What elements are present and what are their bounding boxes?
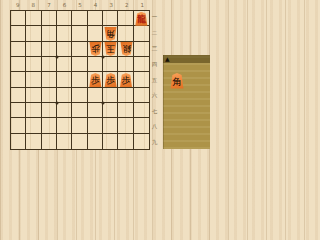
- board-square[interactable]: [134, 57, 149, 72]
- board-square[interactable]: [134, 118, 149, 133]
- board-square[interactable]: [57, 88, 72, 103]
- board-square[interactable]: [11, 103, 26, 118]
- file-label: 8: [26, 1, 42, 9]
- board-square[interactable]: [103, 134, 118, 149]
- komadai: ▲ 角: [163, 55, 210, 149]
- board-square[interactable]: [134, 42, 149, 57]
- hoshi-dot: [102, 56, 105, 59]
- shogi-board[interactable]: 龍角歩玉銀歩歩歩: [10, 10, 150, 150]
- board-square[interactable]: [42, 103, 57, 118]
- board-square[interactable]: [57, 118, 72, 133]
- board-square[interactable]: [118, 103, 133, 118]
- board-square[interactable]: [26, 42, 41, 57]
- board-square[interactable]: [88, 88, 103, 103]
- file-label: 2: [119, 1, 135, 9]
- file-label: 9: [10, 1, 26, 9]
- board-square[interactable]: [103, 103, 118, 118]
- rank-label: 一: [150, 10, 159, 26]
- board-square[interactable]: [57, 42, 72, 57]
- hoshi-dot: [102, 102, 105, 105]
- board-square[interactable]: [134, 72, 149, 87]
- board-square[interactable]: [57, 57, 72, 72]
- board-square[interactable]: [88, 134, 103, 149]
- hoshi-dot: [56, 56, 59, 59]
- board-square[interactable]: [118, 88, 133, 103]
- board-square[interactable]: [134, 88, 149, 103]
- board-square[interactable]: [11, 11, 26, 26]
- board-square[interactable]: [42, 72, 57, 87]
- board-square[interactable]: [103, 118, 118, 133]
- page-background: { "game": "shogi", "board": { "file_labe…: [0, 0, 210, 155]
- board-square[interactable]: [72, 88, 87, 103]
- file-label: 4: [88, 1, 104, 9]
- board-square[interactable]: [11, 57, 26, 72]
- rank-label: 四: [150, 57, 159, 73]
- board-square[interactable]: [26, 26, 41, 41]
- board-square[interactable]: [103, 88, 118, 103]
- rank-label: 八: [150, 119, 159, 135]
- board-square[interactable]: [26, 134, 41, 149]
- board-square[interactable]: [57, 11, 72, 26]
- board-square[interactable]: [57, 103, 72, 118]
- board-square[interactable]: [88, 103, 103, 118]
- board-square[interactable]: [118, 57, 133, 72]
- sente-hand-tray: 角: [168, 70, 208, 146]
- board-square[interactable]: [26, 72, 41, 87]
- board-square[interactable]: [72, 72, 87, 87]
- rank-label: 九: [150, 135, 159, 151]
- board-square[interactable]: [11, 134, 26, 149]
- board-square[interactable]: [11, 26, 26, 41]
- board-square[interactable]: [42, 42, 57, 57]
- board-square[interactable]: [42, 57, 57, 72]
- rank-label: 五: [150, 72, 159, 88]
- rank-label: 七: [150, 103, 159, 119]
- file-label: 5: [72, 1, 88, 9]
- board-square[interactable]: [134, 134, 149, 149]
- board-square[interactable]: [57, 72, 72, 87]
- board-square[interactable]: [11, 118, 26, 133]
- board-square[interactable]: [42, 88, 57, 103]
- board-square[interactable]: [72, 134, 87, 149]
- board-square[interactable]: [72, 57, 87, 72]
- file-label: 6: [57, 1, 73, 9]
- board-square[interactable]: [134, 103, 149, 118]
- board-square[interactable]: [42, 26, 57, 41]
- rank-label: 二: [150, 26, 159, 42]
- board-square[interactable]: [26, 11, 41, 26]
- board-square[interactable]: [11, 42, 26, 57]
- file-label: 1: [135, 1, 151, 9]
- board-square[interactable]: [26, 88, 41, 103]
- board-square[interactable]: [72, 103, 87, 118]
- board-square[interactable]: [57, 26, 72, 41]
- board-square[interactable]: [118, 26, 133, 41]
- board-square[interactable]: [72, 26, 87, 41]
- board-square[interactable]: [88, 57, 103, 72]
- file-label: 7: [41, 1, 57, 9]
- board-square[interactable]: [88, 26, 103, 41]
- board-square[interactable]: [57, 134, 72, 149]
- board-square[interactable]: [134, 26, 149, 41]
- board-square[interactable]: [26, 118, 41, 133]
- rank-label: 六: [150, 88, 159, 104]
- board-square[interactable]: [103, 11, 118, 26]
- board-square[interactable]: [42, 134, 57, 149]
- board-square[interactable]: [88, 11, 103, 26]
- board-square[interactable]: [88, 118, 103, 133]
- board-square[interactable]: [42, 11, 57, 26]
- board-square[interactable]: [118, 118, 133, 133]
- board-square[interactable]: [11, 88, 26, 103]
- hand-piece[interactable]: 角: [170, 73, 184, 89]
- board-square[interactable]: [11, 72, 26, 87]
- sente-marker: ▲: [165, 55, 170, 63]
- board-square[interactable]: [42, 118, 57, 133]
- board-square[interactable]: [72, 42, 87, 57]
- file-labels: 987654321: [10, 1, 150, 9]
- board-square[interactable]: [103, 57, 118, 72]
- file-label: 3: [103, 1, 119, 9]
- rank-labels: 一二三四五六七八九: [150, 10, 159, 150]
- board-square[interactable]: [118, 134, 133, 149]
- board-square[interactable]: [26, 103, 41, 118]
- board-square[interactable]: [118, 11, 133, 26]
- hoshi-dot: [56, 102, 59, 105]
- rank-label: 三: [150, 41, 159, 57]
- board-square[interactable]: [26, 57, 41, 72]
- board-square[interactable]: [72, 11, 87, 26]
- board-square[interactable]: [72, 118, 87, 133]
